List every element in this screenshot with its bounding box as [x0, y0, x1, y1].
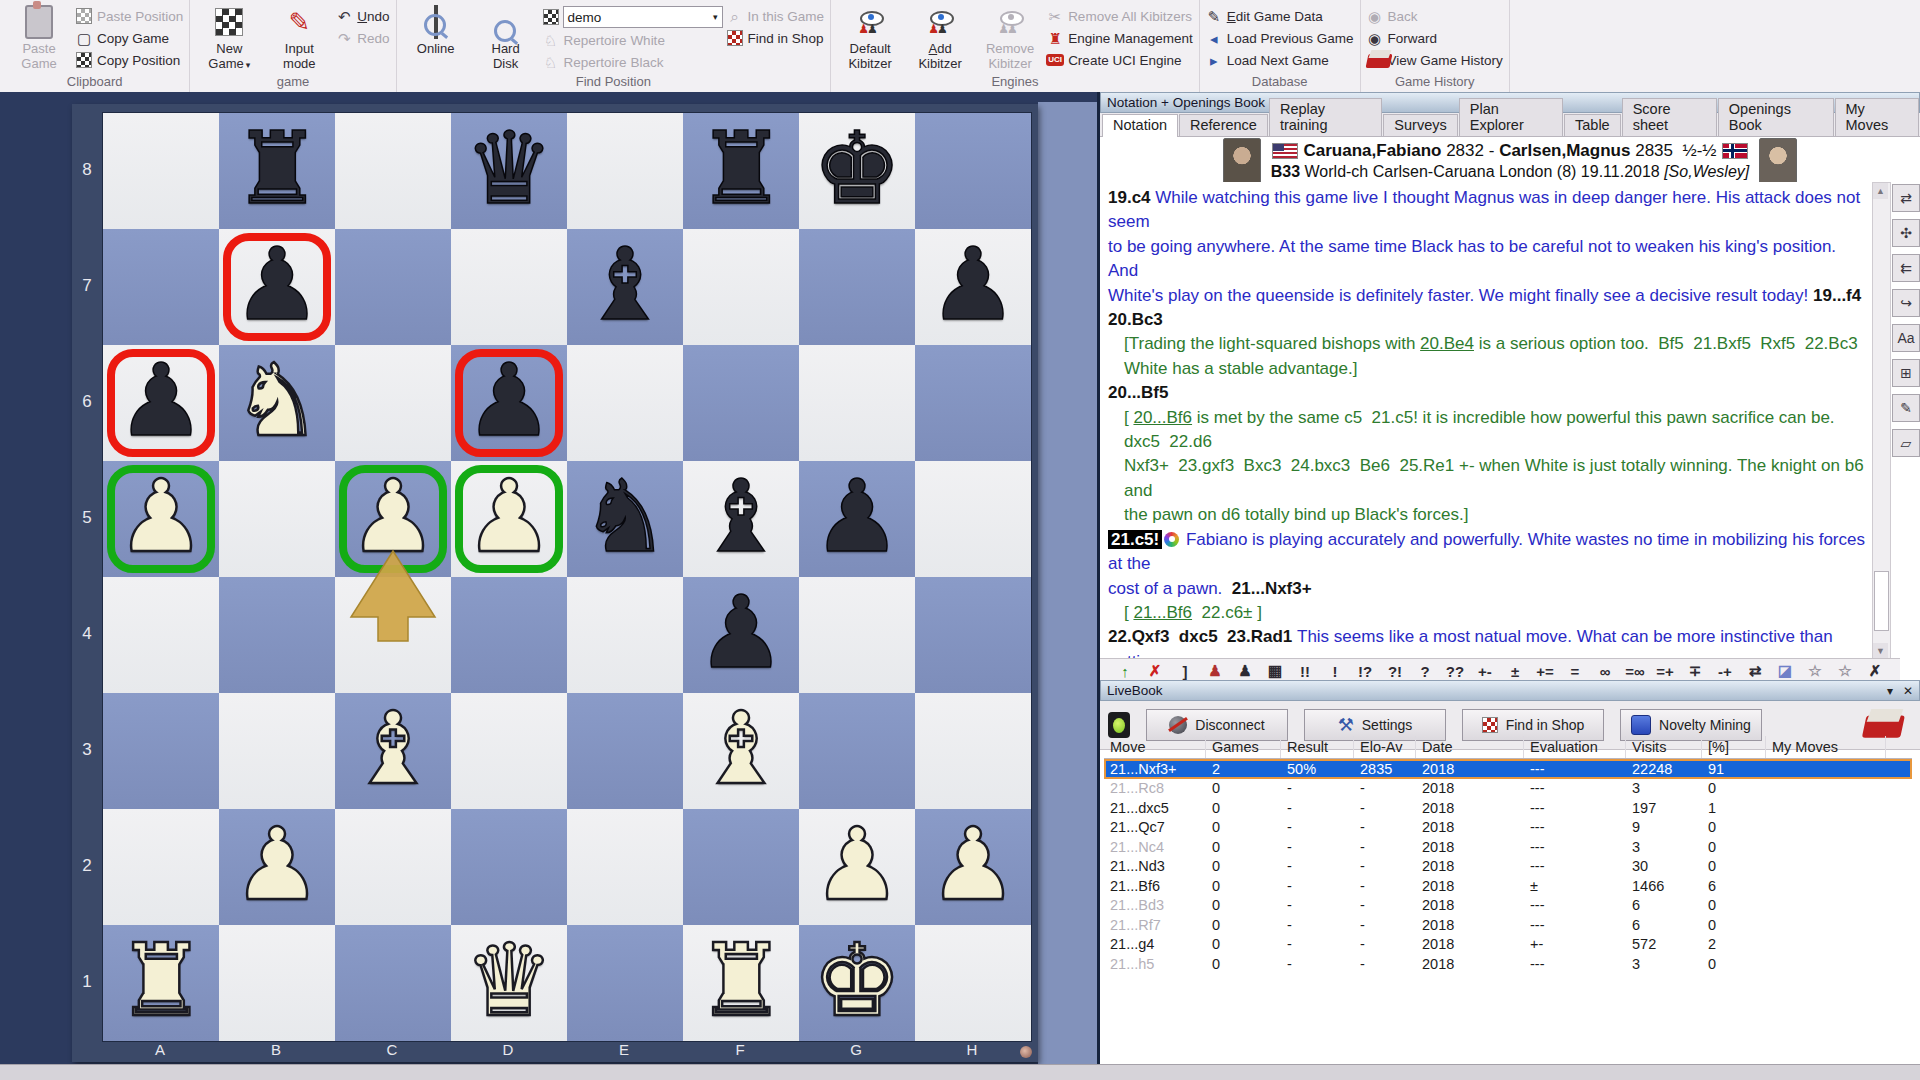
- comment-text: is a serious option too. Bf5 21.Bxf5 Rxf…: [1474, 334, 1858, 353]
- square-g7[interactable]: [799, 229, 915, 345]
- button-add-kibitzer[interactable]: ♟♟AddKibitzer: [907, 2, 973, 71]
- column-header-result[interactable]: Result: [1281, 736, 1354, 758]
- livebook-row-21...Rc8[interactable]: 21...Rc80--2018---30: [1104, 779, 1912, 799]
- livebook-row-21...h5[interactable]: 21...h50--2018---30: [1104, 954, 1912, 974]
- wrench-icon: ⚒: [1338, 716, 1354, 734]
- clipboard-icon: [25, 5, 53, 39]
- button-copy-position[interactable]: Copy Position: [76, 50, 183, 70]
- forward-icon: ◉: [1368, 31, 1381, 46]
- button-undo[interactable]: ↶Undo: [336, 6, 389, 26]
- square-d6[interactable]: ♟: [451, 345, 567, 461]
- column-header-pctpctpct[interactable]: [%]: [1702, 736, 1766, 758]
- white-rook-f1[interactable]: ♜: [683, 925, 799, 1041]
- notation-scrollbar[interactable]: ▲ ▼: [1872, 182, 1891, 660]
- square-b4[interactable]: [219, 577, 335, 693]
- comment-text: is met by the same c5 21.c5! it is incre…: [1124, 408, 1844, 451]
- status-strip: [0, 1064, 1920, 1080]
- square-g1[interactable]: ♚: [799, 925, 915, 1041]
- repertoire-icon: ♘: [544, 55, 557, 70]
- square-f4[interactable]: ♟: [683, 577, 799, 693]
- square-h1[interactable]: [915, 925, 1031, 1041]
- white-bishop-c3[interactable]: ♝: [335, 693, 451, 809]
- square-h8[interactable]: [915, 113, 1031, 229]
- notation-line-11: cost of a pawn. 21...Nxf3+: [1100, 577, 1870, 601]
- tab-reference[interactable]: Reference: [1179, 114, 1268, 136]
- button-repertoire-white: ♘Repertoire White: [543, 30, 723, 50]
- column-header-move[interactable]: Move: [1104, 736, 1206, 758]
- white-rook-a1[interactable]: ♜: [103, 925, 219, 1041]
- button-default-kibitzer[interactable]: ♟♟DefaultKibitzer: [837, 2, 903, 71]
- square-e7[interactable]: ♝: [567, 229, 683, 345]
- redo-icon: ↷: [338, 31, 351, 46]
- comment-text: While watching this game live I thought …: [1108, 188, 1865, 231]
- move-text[interactable]: 20...Bf5: [1108, 383, 1168, 402]
- history-book-icon: [1367, 50, 1383, 70]
- livebook-flower-icon: [1164, 532, 1179, 547]
- tree-structure-icon[interactable]: ⊞: [1892, 359, 1920, 387]
- combo-value: demo: [568, 10, 602, 25]
- white-pawn-h2[interactable]: ♟: [915, 809, 1031, 925]
- square-f5[interactable]: ♝: [683, 461, 799, 577]
- square-g4[interactable]: [799, 577, 915, 693]
- board-window: 87654321 ABCDEFGH ♜♛♜♚♟♝♟♟♞♟♟♟♟♞♝♟♟♝♝♟♟♟…: [0, 92, 1098, 1064]
- annotation-symbol-6[interactable]: ▦: [1260, 662, 1290, 680]
- square-d3[interactable]: [451, 693, 567, 809]
- annotation-symbol-15[interactable]: +=: [1530, 663, 1560, 680]
- square-b2[interactable]: ♟: [219, 809, 335, 925]
- square-f3[interactable]: ♝: [683, 693, 799, 809]
- group-label: Engines: [837, 73, 1193, 92]
- notation-tabs: NotationReferenceReplay trainingSurveysP…: [1100, 113, 1920, 137]
- remove-all-kibitzers-icon: ✂: [1049, 9, 1062, 24]
- tab-openings-book[interactable]: Openings Book: [1718, 98, 1834, 136]
- button-online[interactable]: Online: [403, 2, 469, 56]
- square-b7[interactable]: ♟: [219, 229, 335, 345]
- black-player-elo: 2835: [1635, 141, 1673, 160]
- tab-plan-explorer[interactable]: Plan Explorer: [1459, 98, 1563, 136]
- livebook-row-21...Qc7[interactable]: 21...Qc70--2018---90: [1104, 818, 1912, 838]
- game-result: ½-½: [1682, 141, 1716, 160]
- black-pawn-f4[interactable]: ♟: [683, 577, 799, 693]
- annotation-symbol-12[interactable]: ??: [1440, 663, 1470, 680]
- button-paste-position: Paste Position: [76, 6, 183, 26]
- chess-board[interactable]: ♜♛♜♚♟♝♟♟♞♟♟♟♟♞♝♟♟♝♝♟♟♟♜♛♜♚: [102, 112, 1032, 1042]
- comment-text: Nxf3+ 23.gxf3 Bxc3 24.bxc3 Be6 25.Re1 +-…: [1124, 456, 1868, 499]
- annotation-symbol-19[interactable]: =+: [1650, 663, 1680, 680]
- pinwheel-icon[interactable]: ✣: [1892, 219, 1920, 247]
- annotation-symbol-26[interactable]: ✗: [1860, 662, 1890, 680]
- square-b3[interactable]: [219, 693, 335, 809]
- white-king-g1[interactable]: ♚: [799, 925, 915, 1041]
- button-redo: ↷Redo: [336, 28, 389, 48]
- button-forward[interactable]: ◉Forward: [1367, 28, 1503, 48]
- annotation-symbol-17[interactable]: ∞: [1590, 663, 1620, 680]
- black-queen-d8[interactable]: ♛: [451, 113, 567, 229]
- button-new-game[interactable]: NewGame▾: [196, 2, 262, 73]
- black-knight-e5[interactable]: ♞: [567, 461, 683, 577]
- square-h5[interactable]: [915, 461, 1031, 577]
- column-header-my-moves[interactable]: My Moves: [1766, 736, 1886, 758]
- group-label: Find Position: [403, 73, 825, 92]
- livebook-row-21...Rf7[interactable]: 21...Rf70--2018---60: [1104, 915, 1912, 935]
- database-combo[interactable]: demo▾: [543, 6, 723, 28]
- group-label: Clipboard: [6, 73, 183, 92]
- white-player-photo: [1223, 138, 1261, 184]
- square-d7[interactable]: [451, 229, 567, 345]
- group-label: game: [196, 73, 389, 92]
- tab-score-sheet[interactable]: Score sheet: [1622, 98, 1717, 136]
- column-header-evaluation[interactable]: Evaluation: [1524, 736, 1626, 758]
- kibitzer-eye-icon: ♟♟: [857, 9, 883, 35]
- comment-text[interactable]: 21...Bf6: [1133, 603, 1192, 622]
- black-player-name: Carlsen,Magnus: [1499, 141, 1630, 160]
- board-resize-handle[interactable]: [1020, 1046, 1032, 1058]
- button-repertoire-black: ♘Repertoire Black: [543, 52, 723, 72]
- livebook-titlebar: LiveBook ▾ ✕: [1100, 680, 1920, 701]
- square-g8[interactable]: ♚: [799, 113, 915, 229]
- white-pawn-b2[interactable]: ♟: [219, 809, 335, 925]
- annotation-symbol-18[interactable]: =∞: [1620, 663, 1650, 680]
- chevron-down-icon[interactable]: ▾: [713, 12, 718, 22]
- square-c6[interactable]: [335, 345, 451, 461]
- uci-badge-icon: UCI: [1046, 54, 1064, 66]
- in-this-game-icon: ⌕: [730, 9, 738, 24]
- annotation-symbol-3[interactable]: ]: [1170, 663, 1200, 680]
- square-e1[interactable]: [567, 925, 683, 1041]
- button-back: ◉Back: [1367, 6, 1503, 26]
- square-a5[interactable]: ♟: [103, 461, 219, 577]
- board-window-background: [1038, 102, 1098, 1064]
- square-a3[interactable]: [103, 693, 219, 809]
- back-icon: ◉: [1368, 9, 1381, 24]
- column-header-elo-av[interactable]: Elo-Av: [1354, 736, 1416, 758]
- square-a1[interactable]: ♜: [103, 925, 219, 1041]
- notation-line-6: 20...Bf5: [1100, 381, 1870, 405]
- previous-game-icon: ◂: [1210, 31, 1218, 46]
- tab-my-moves[interactable]: My Moves: [1835, 98, 1919, 136]
- notation-tool-column: ⇄✣⇇↪Aa⊞✎▱: [1892, 184, 1920, 457]
- chessbase-app: PasteGamePaste Position▢Copy GameCopy Po…: [0, 0, 1920, 1080]
- annotation-symbol-13[interactable]: +-: [1470, 663, 1500, 680]
- move-text[interactable]: 21.c5!: [1108, 530, 1162, 549]
- comment-text[interactable]: 20...Bf6: [1133, 408, 1192, 427]
- square-f7[interactable]: [683, 229, 799, 345]
- square-f6[interactable]: [683, 345, 799, 461]
- combo-value-box[interactable]: demo▾: [563, 6, 723, 28]
- square-b5[interactable]: [219, 461, 335, 577]
- column-header-date[interactable]: Date: [1416, 736, 1524, 758]
- square-a8[interactable]: [103, 113, 219, 229]
- black-pawn-d6[interactable]: ♟: [451, 345, 567, 461]
- button-edit-game-data[interactable]: ✎Edit Game Data: [1206, 6, 1354, 26]
- square-f8[interactable]: ♜: [683, 113, 799, 229]
- next-game-icon: ▸: [1210, 53, 1218, 68]
- move-text[interactable]: 22.Qxf3 dxc5 23.Rad1: [1108, 627, 1297, 646]
- square-g2[interactable]: ♟: [799, 809, 915, 925]
- pencil-icon: ✎: [288, 9, 310, 35]
- rank-label-7: 7: [72, 228, 102, 344]
- comment-text: [Trading the light-squared bishops with: [1124, 334, 1420, 353]
- livebook-title: LiveBook: [1107, 683, 1163, 698]
- livebook-row-21...dxc5[interactable]: 21...dxc50--2018---1971: [1104, 798, 1912, 818]
- scrollbar-thumb[interactable]: [1874, 571, 1889, 631]
- square-e4[interactable]: [567, 577, 683, 693]
- annotation-symbol-20[interactable]: ∓: [1680, 662, 1710, 680]
- copy-icon: ▢: [77, 31, 91, 46]
- usa-flag-icon: [1272, 143, 1298, 159]
- button-remove-all-kibitzers: ✂Remove All Kibitzers: [1047, 6, 1193, 26]
- button-paste-game: PasteGame: [6, 2, 72, 71]
- scroll-up-icon[interactable]: ▲: [1873, 183, 1888, 199]
- ribbon-group-game-history: ◉Back◉ForwardView Game HistoryGame Histo…: [1361, 0, 1510, 92]
- black-bishop-e7[interactable]: ♝: [567, 229, 683, 345]
- square-e3[interactable]: [567, 693, 683, 809]
- black-pawn-b7[interactable]: ♟: [219, 229, 335, 345]
- square-a6[interactable]: ♟: [103, 345, 219, 461]
- button-load-previous-game[interactable]: ◂Load Previous Game: [1206, 28, 1354, 48]
- square-a7[interactable]: [103, 229, 219, 345]
- annotation-symbol-2[interactable]: ✗: [1140, 662, 1170, 680]
- annotation-symbol-4[interactable]: ♟: [1200, 662, 1230, 680]
- notation-line-7: [ 20...Bf6 is met by the same c5 21.c5! …: [1100, 406, 1870, 455]
- undo-icon: ↶: [338, 9, 351, 24]
- ribbon-toolbar: PasteGamePaste Position▢Copy GameCopy Po…: [0, 0, 1920, 94]
- file-label-A: A: [102, 1040, 218, 1062]
- square-d1[interactable]: ♛: [451, 925, 567, 1041]
- square-f2[interactable]: [683, 809, 799, 925]
- tab-replay-training[interactable]: Replay training: [1269, 98, 1382, 136]
- notation-line-1: 19.c4 While watching this game live I th…: [1100, 186, 1870, 235]
- rank-label-5: 5: [72, 460, 102, 576]
- branch-arrows-icon[interactable]: ⇄: [1892, 184, 1920, 212]
- square-h2[interactable]: ♟: [915, 809, 1031, 925]
- group-label: Database: [1206, 73, 1354, 92]
- file-labels: ABCDEFGH: [102, 1040, 1030, 1062]
- tab-notation[interactable]: Notation: [1102, 114, 1178, 137]
- comment-text: White has a stable advantage.]: [1124, 359, 1357, 378]
- white-queen-d1[interactable]: ♛: [451, 925, 567, 1041]
- notation-line-8: Nxf3+ 23.gxf3 Bxc3 24.bxc3 Be6 25.Re1 +-…: [1100, 454, 1870, 503]
- game-header: Caruana,Fabiano 2832 - Carlsen,Magnus 28…: [1100, 137, 1920, 185]
- square-b8[interactable]: ♜: [219, 113, 335, 229]
- square-e6[interactable]: [567, 345, 683, 461]
- connection-led-icon: [1108, 712, 1130, 738]
- white-knight-b6[interactable]: ♞: [219, 345, 335, 461]
- white-bishop-f3[interactable]: ♝: [683, 693, 799, 809]
- ribbon-group-clipboard: PasteGamePaste Position▢Copy GameCopy Po…: [0, 0, 190, 92]
- computer-search-icon: [434, 15, 438, 30]
- annotation-symbol-11[interactable]: ?: [1410, 663, 1440, 680]
- square-a2[interactable]: [103, 809, 219, 925]
- column-header-visits[interactable]: Visits: [1626, 736, 1702, 758]
- file-label-F: F: [682, 1040, 798, 1062]
- right-panel: Notation + Openings Book ▾ ✕ NotationRef…: [1100, 92, 1920, 1080]
- eraser-icon[interactable]: ▱: [1892, 429, 1920, 457]
- black-rook-f8[interactable]: ♜: [683, 113, 799, 229]
- button-copy-game[interactable]: ▢Copy Game: [76, 28, 183, 48]
- notation-title: Notation + Openings Book: [1107, 95, 1265, 110]
- notation-line-10: 21.c5! Fabiano is playing accurately and…: [1100, 528, 1870, 577]
- square-b6[interactable]: ♞: [219, 345, 335, 461]
- square-d4[interactable]: [451, 577, 567, 693]
- annotation-symbol-9[interactable]: !?: [1350, 663, 1380, 680]
- rank-label-4: 4: [72, 576, 102, 692]
- white-pawn-d5[interactable]: ♟: [451, 461, 567, 577]
- ribbon-group-find-position: OnlineHardDiskdemo▾♘Repertoire White♘Rep…: [397, 0, 832, 92]
- ribbon-group-database: ✎Edit Game Data◂Load Previous Game▸Load …: [1200, 0, 1361, 92]
- comment-text: cost of a pawn.: [1108, 579, 1232, 598]
- ribbon-group-engines: ♟♟DefaultKibitzer♟♟AddKibitzer♟♟RemoveKi…: [831, 0, 1200, 92]
- players-line: Caruana,Fabiano 2832 - Carlsen,Magnus 28…: [1271, 140, 1750, 161]
- annotation-symbol-5[interactable]: ♟: [1230, 662, 1260, 680]
- close-icon[interactable]: ✕: [1903, 684, 1913, 698]
- square-c8[interactable]: [335, 113, 451, 229]
- scroll-down-icon[interactable]: ▼: [1873, 643, 1888, 659]
- move-text[interactable]: 21...Nxf3+: [1232, 579, 1312, 598]
- square-e2[interactable]: [567, 809, 683, 925]
- rank-label-1: 1: [72, 924, 102, 1040]
- ribbon-group-game: NewGame▾✎Inputmode↶Undo↷Redogame: [190, 0, 396, 92]
- column-header-games[interactable]: Games: [1206, 736, 1281, 758]
- square-c2[interactable]: [335, 809, 451, 925]
- hook-arrow-icon[interactable]: ↪: [1892, 289, 1920, 317]
- black-player-photo: [1759, 138, 1797, 184]
- square-h3[interactable]: [915, 693, 1031, 809]
- button-load-next-game[interactable]: ▸Load Next Game: [1206, 50, 1354, 70]
- annotation-symbol-21[interactable]: -+: [1710, 663, 1740, 680]
- engine-icon: ♜: [1048, 31, 1061, 46]
- tab-table[interactable]: Table: [1564, 114, 1621, 136]
- annotation-symbol-22[interactable]: ⇄: [1740, 662, 1770, 680]
- rank-label-2: 2: [72, 808, 102, 924]
- search-board-icon: [543, 9, 559, 25]
- annotation-symbol-24[interactable]: ☆: [1800, 662, 1830, 680]
- square-h6[interactable]: [915, 345, 1031, 461]
- black-king-g8[interactable]: ♚: [799, 113, 915, 229]
- square-b1[interactable]: [219, 925, 335, 1041]
- button-input-mode[interactable]: ✎Inputmode: [266, 2, 332, 71]
- white-pawn-c5[interactable]: ♟: [335, 461, 451, 577]
- square-c4[interactable]: [335, 577, 451, 693]
- black-pawn-g5[interactable]: ♟: [799, 461, 915, 577]
- eco-code: B33: [1271, 163, 1300, 180]
- annotator: [So,Wesley]: [1664, 163, 1749, 180]
- position-grid-icon: [76, 52, 92, 68]
- disconnect-mic-icon: [1169, 716, 1187, 734]
- button-hard-disk[interactable]: HardDisk: [473, 2, 539, 71]
- annotation-symbol-23[interactable]: ◪: [1770, 662, 1800, 680]
- notation-line-13: 22.Qxf3 dxc5 23.Rad1 This seems like a m…: [1100, 625, 1870, 658]
- livebook-row-21...Bd3[interactable]: 21...Bd30--2018---60: [1104, 896, 1912, 916]
- livebook-row-21...Nxf3+[interactable]: 21...Nxf3+250%28352018---2224891: [1104, 759, 1912, 779]
- white-player-elo: 2832: [1446, 141, 1484, 160]
- square-h4[interactable]: [915, 577, 1031, 693]
- rank-labels: 87654321: [72, 112, 102, 1040]
- move-text[interactable]: 19.c4: [1108, 188, 1155, 207]
- square-f1[interactable]: ♜: [683, 925, 799, 1041]
- notation-line-4: [Trading the light-squared bishops with …: [1100, 332, 1870, 356]
- square-c3[interactable]: ♝: [335, 693, 451, 809]
- square-g3[interactable]: [799, 693, 915, 809]
- black-pawn-a6[interactable]: ♟: [103, 345, 219, 461]
- black-rook-b8[interactable]: ♜: [219, 113, 335, 229]
- tab-surveys[interactable]: Surveys: [1383, 114, 1457, 136]
- file-label-E: E: [566, 1040, 682, 1062]
- file-label-B: B: [218, 1040, 334, 1062]
- norway-flag-icon: [1722, 143, 1748, 159]
- square-g5[interactable]: ♟: [799, 461, 915, 577]
- event-name: World-ch Carlsen-Caruana London (8) 19.1…: [1305, 163, 1660, 180]
- square-e8[interactable]: [567, 113, 683, 229]
- file-label-C: C: [334, 1040, 450, 1062]
- square-a4[interactable]: [103, 577, 219, 693]
- button-in-this-game: ⌕In this Game: [727, 6, 825, 26]
- square-c7[interactable]: [335, 229, 451, 345]
- merge-arrows-icon[interactable]: ⇇: [1892, 254, 1920, 282]
- notation-text: 19.c4 While watching this game live I th…: [1100, 182, 1870, 658]
- new-game-board-icon: [215, 8, 243, 36]
- square-d2[interactable]: [451, 809, 567, 925]
- collapse-icon[interactable]: ▾: [1887, 684, 1893, 698]
- annotation-symbol-7[interactable]: !!: [1290, 663, 1320, 680]
- notation-line-5: White has a stable advantage.]: [1100, 357, 1870, 381]
- notation-line-3: White's play on the queenside is definit…: [1100, 284, 1870, 333]
- livebook-row-21...Nc4[interactable]: 21...Nc40--2018---30: [1104, 837, 1912, 857]
- annotation-symbol-8[interactable]: !: [1320, 663, 1350, 680]
- rank-label-8: 8: [72, 112, 102, 228]
- annotation-symbol-16[interactable]: =: [1560, 663, 1590, 680]
- notation-line-9: the pawn on d6 totally bind up Black's f…: [1100, 503, 1870, 527]
- button-view-game-history[interactable]: View Game History: [1367, 50, 1503, 70]
- kibitzer-eye-icon: ♟♟: [997, 9, 1023, 35]
- black-pawn-h7[interactable]: ♟: [915, 229, 1031, 345]
- black-bishop-f5[interactable]: ♝: [683, 461, 799, 577]
- livebook-row-21...Nd3[interactable]: 21...Nd30--2018---300: [1104, 857, 1912, 877]
- square-c1[interactable]: [335, 925, 451, 1041]
- novelty-mining-icon: [1631, 715, 1651, 735]
- livebook-row-21...Bf6[interactable]: 21...Bf60--2018±14666: [1104, 876, 1912, 896]
- annotation-symbol-14[interactable]: ±: [1500, 663, 1530, 680]
- annotation-symbol-1[interactable]: ↑: [1110, 663, 1140, 680]
- edit-icon: ✎: [1207, 9, 1220, 24]
- square-d8[interactable]: ♛: [451, 113, 567, 229]
- event-line: B33 World-ch Carlsen-Caruana London (8) …: [1271, 161, 1750, 182]
- square-c5[interactable]: ♟: [335, 461, 451, 577]
- notation-line-2: to be going anywhere. At the same time B…: [1100, 235, 1870, 284]
- button-create-uci-engine[interactable]: UCICreate UCI Engine: [1047, 50, 1193, 70]
- notation-line-12: [ 21...Bf6 22.c6± ]: [1100, 601, 1870, 625]
- livebook-table-header: MoveGamesResultElo-AvDateEvaluationVisit…: [1104, 736, 1912, 759]
- white-pawn-a5[interactable]: ♟: [103, 461, 219, 577]
- square-d5[interactable]: ♟: [451, 461, 567, 577]
- annotation-symbol-10[interactable]: ?!: [1380, 663, 1410, 680]
- button-find-in-shop[interactable]: Find in Shop: [727, 28, 825, 48]
- position-grid-icon: [76, 8, 92, 24]
- comment-text: to be going anywhere. At the same time B…: [1108, 237, 1840, 280]
- white-pawn-g2[interactable]: ♟: [799, 809, 915, 925]
- square-g6[interactable]: [799, 345, 915, 461]
- livebook-row-21...g4[interactable]: 21...g40--2018+-5722: [1104, 935, 1912, 955]
- livebook-table: MoveGamesResultElo-AvDateEvaluationVisit…: [1104, 736, 1912, 974]
- comment-text[interactable]: 20.Be4: [1420, 334, 1474, 353]
- white-player-name: Caruana,Fabiano: [1304, 141, 1442, 160]
- marker-pen-icon[interactable]: ✎: [1892, 394, 1920, 422]
- square-e5[interactable]: ♞: [567, 461, 683, 577]
- square-h7[interactable]: ♟: [915, 229, 1031, 345]
- text-format-icon[interactable]: Aa: [1892, 324, 1920, 352]
- annotation-symbol-25[interactable]: ☆: [1830, 662, 1860, 680]
- button-engine-management[interactable]: ♜Engine Management: [1047, 28, 1193, 48]
